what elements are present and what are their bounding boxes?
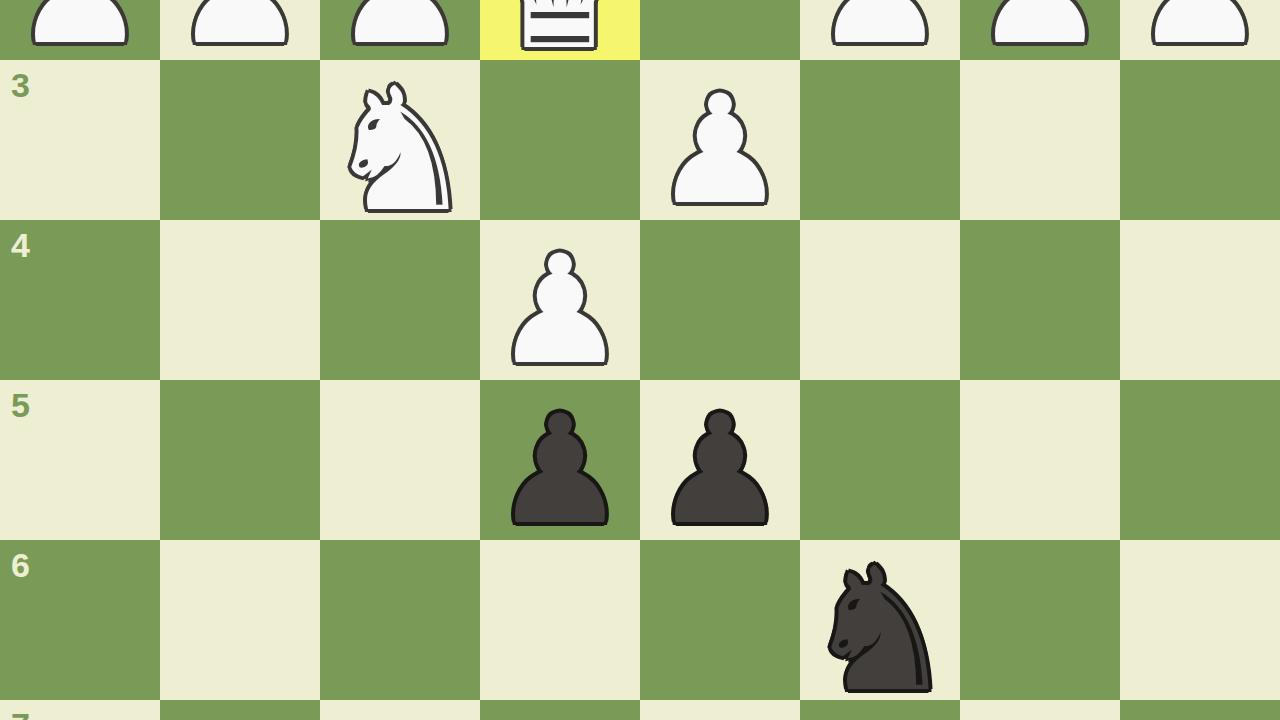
square-h4[interactable]: 4	[0, 220, 160, 380]
square-g3[interactable]	[160, 60, 320, 220]
square-c4[interactable]	[800, 220, 960, 380]
square-h3[interactable]: 3	[0, 60, 160, 220]
square-d3[interactable]: ♟	[640, 60, 800, 220]
square-f3[interactable]: ♞	[320, 60, 480, 220]
square-e7[interactable]	[480, 700, 640, 720]
chess-board: ♟♟♟♛♟♟♟3♞♟4♟5♟♟6♞7	[0, 0, 1280, 720]
square-f6[interactable]	[320, 540, 480, 700]
square-b6[interactable]	[960, 540, 1120, 700]
chess-board-grid: ♟♟♟♛♟♟♟3♞♟4♟5♟♟6♞7	[0, 0, 1280, 720]
piece-white-pawn-e4[interactable]: ♟	[480, 230, 640, 390]
square-h6[interactable]: 6	[0, 540, 160, 700]
square-b3[interactable]	[960, 60, 1120, 220]
square-a6[interactable]	[1120, 540, 1280, 700]
square-e6[interactable]	[480, 540, 640, 700]
square-d4[interactable]	[640, 220, 800, 380]
square-c5[interactable]	[800, 380, 960, 540]
piece-black-knight-c6[interactable]: ♞	[800, 550, 960, 710]
square-b5[interactable]	[960, 380, 1120, 540]
square-g2[interactable]: ♟	[160, 0, 320, 60]
square-c6[interactable]: ♞	[800, 540, 960, 700]
square-e4[interactable]: ♟	[480, 220, 640, 380]
square-e3[interactable]	[480, 60, 640, 220]
square-h5[interactable]: 5	[0, 380, 160, 540]
square-g6[interactable]	[160, 540, 320, 700]
piece-black-pawn-e5[interactable]: ♟	[480, 390, 640, 550]
square-d7[interactable]	[640, 700, 800, 720]
square-h2[interactable]: ♟	[0, 0, 160, 60]
square-b7[interactable]	[960, 700, 1120, 720]
rank-label-5: 5	[11, 388, 30, 422]
square-e2[interactable]: ♛	[480, 0, 640, 60]
square-a3[interactable]	[1120, 60, 1280, 220]
square-h7[interactable]: 7	[0, 700, 160, 720]
square-d2[interactable]	[640, 0, 800, 60]
square-a2[interactable]: ♟	[1120, 0, 1280, 60]
square-d6[interactable]	[640, 540, 800, 700]
square-f7[interactable]	[320, 700, 480, 720]
square-a5[interactable]	[1120, 380, 1280, 540]
rank-label-7: 7	[11, 708, 30, 720]
square-g4[interactable]	[160, 220, 320, 380]
square-f4[interactable]	[320, 220, 480, 380]
rank-label-3: 3	[11, 68, 30, 102]
square-c3[interactable]	[800, 60, 960, 220]
piece-white-knight-f3[interactable]: ♞	[320, 70, 480, 230]
square-c7[interactable]	[800, 700, 960, 720]
rank-label-6: 6	[11, 548, 30, 582]
square-g5[interactable]	[160, 380, 320, 540]
square-a7[interactable]	[1120, 700, 1280, 720]
square-b2[interactable]: ♟	[960, 0, 1120, 60]
square-a4[interactable]	[1120, 220, 1280, 380]
square-d5[interactable]: ♟	[640, 380, 800, 540]
square-c2[interactable]: ♟	[800, 0, 960, 60]
piece-white-pawn-d3[interactable]: ♟	[640, 70, 800, 230]
square-e5[interactable]: ♟	[480, 380, 640, 540]
rank-label-4: 4	[11, 228, 30, 262]
piece-black-pawn-d5[interactable]: ♟	[640, 390, 800, 550]
square-b4[interactable]	[960, 220, 1120, 380]
square-f5[interactable]	[320, 380, 480, 540]
square-g7[interactable]	[160, 700, 320, 720]
